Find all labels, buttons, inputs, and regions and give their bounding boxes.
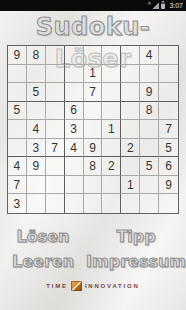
sudoku-cell[interactable] [121,102,140,121]
sudoku-cell[interactable] [65,194,84,213]
sudoku-cell[interactable] [84,120,103,139]
sudoku-cell[interactable]: 4 [140,46,159,65]
sudoku-cell[interactable]: 8 [27,46,46,65]
sudoku-cell[interactable]: 3 [27,139,46,158]
sudoku-cell[interactable] [159,83,178,102]
sudoku-cell[interactable] [8,65,27,84]
sudoku-cell[interactable] [84,46,103,65]
sudoku-cell[interactable] [102,102,121,121]
sudoku-cell[interactable]: 4 [65,139,84,158]
sudoku-cell[interactable]: 7 [8,176,27,195]
sudoku-cell[interactable] [121,194,140,213]
sudoku-cell[interactable] [46,120,65,139]
sudoku-cell[interactable]: 9 [159,176,178,195]
sudoku-cell[interactable] [46,157,65,176]
sudoku-cell[interactable]: 1 [84,65,103,84]
sudoku-cell[interactable] [8,120,27,139]
sudoku-cell[interactable] [121,65,140,84]
sudoku-cell[interactable] [65,65,84,84]
sudoku-cell[interactable] [140,65,159,84]
sudoku-cell[interactable]: 3 [8,194,27,213]
sudoku-cell[interactable] [121,83,140,102]
sudoku-cell[interactable]: 5 [8,102,27,121]
sudoku-cell[interactable]: 9 [84,139,103,158]
sudoku-cell[interactable] [140,139,159,158]
sudoku-cell[interactable]: 9 [8,46,27,65]
sudoku-cell[interactable] [102,83,121,102]
signal-triangle-icon [152,2,159,9]
brand-banner[interactable]: TIME INNOVATION [0,277,186,295]
sudoku-cell[interactable] [140,176,159,195]
sudoku-cell[interactable] [65,83,84,102]
sudoku-cell[interactable]: 1 [121,176,140,195]
sudoku-cell[interactable] [8,139,27,158]
sudoku-cell[interactable]: 7 [84,83,103,102]
sudoku-cell[interactable]: 4 [27,120,46,139]
sudoku-cell[interactable] [102,46,121,65]
clear-button[interactable]: Leeren [12,251,74,272]
sudoku-cell[interactable]: 8 [140,102,159,121]
sudoku-cell[interactable] [121,120,140,139]
hint-button[interactable]: Tipp [116,226,155,247]
button-panel: Lösen Tipp Leeren Impressum [0,226,186,272]
sudoku-cell[interactable]: 2 [121,139,140,158]
no-signal-x-icon: ✕ [147,1,151,6]
sudoku-cell[interactable] [27,176,46,195]
sudoku-cell[interactable]: 3 [65,120,84,139]
sudoku-cell[interactable] [159,194,178,213]
sudoku-cell[interactable] [27,102,46,121]
sudoku-cell[interactable] [102,176,121,195]
sudoku-cell[interactable]: 4 [8,157,27,176]
sudoku-cell[interactable] [46,65,65,84]
sudoku-cell[interactable]: 5 [140,157,159,176]
sudoku-cell[interactable] [102,65,121,84]
sudoku-cell[interactable] [46,176,65,195]
sudoku-cell[interactable]: 6 [65,102,84,121]
sudoku-cell[interactable] [102,139,121,158]
sudoku-cell[interactable] [65,46,84,65]
sudoku-grid[interactable]: 984157956843173749254982567193 [7,45,179,214]
brand-text-time: TIME [46,283,68,289]
sudoku-cell[interactable] [159,102,178,121]
sudoku-cell[interactable] [27,65,46,84]
sudoku-cell[interactable] [65,157,84,176]
page-title: Sudoku-Löser [0,11,186,43]
sudoku-cell[interactable] [159,46,178,65]
time-innovation-logo-icon [71,281,82,291]
sudoku-cell[interactable]: 7 [46,139,65,158]
sudoku-cell[interactable] [65,176,84,195]
sudoku-cell[interactable]: 8 [84,157,103,176]
sudoku-cell[interactable]: 1 [102,120,121,139]
sudoku-cell[interactable] [84,176,103,195]
sudoku-cell[interactable]: 5 [159,139,178,158]
sudoku-cell[interactable] [46,194,65,213]
sudoku-cell[interactable]: 2 [102,157,121,176]
imprint-button[interactable]: Impressum [86,251,186,272]
sudoku-cell[interactable] [140,194,159,213]
sudoku-cell[interactable] [8,83,27,102]
brand-text-innovation: INNOVATION [85,283,140,289]
solve-button[interactable]: Lösen [17,226,70,247]
sudoku-cell[interactable] [140,120,159,139]
sudoku-cell[interactable]: 9 [140,83,159,102]
sudoku-cell[interactable] [102,194,121,213]
sudoku-cell[interactable] [27,194,46,213]
sudoku-cell[interactable]: 9 [27,157,46,176]
sudoku-cell[interactable] [84,102,103,121]
sudoku-cell[interactable]: 5 [27,83,46,102]
sudoku-cell[interactable] [121,46,140,65]
sudoku-cell[interactable] [46,102,65,121]
battery-icon [161,2,165,9]
status-bar: ✕ 3:07 [0,0,186,11]
sudoku-cell[interactable] [84,194,103,213]
sudoku-cell[interactable]: 6 [159,157,178,176]
sudoku-cell[interactable] [159,65,178,84]
sudoku-cell[interactable] [46,46,65,65]
sudoku-cell[interactable] [121,157,140,176]
status-time: 3:07 [169,0,183,11]
app-screen: ✕ 3:07 Sudoku-Löser 98415795684317374925… [0,0,186,310]
sudoku-cell[interactable] [46,83,65,102]
sudoku-cell[interactable]: 7 [159,120,178,139]
